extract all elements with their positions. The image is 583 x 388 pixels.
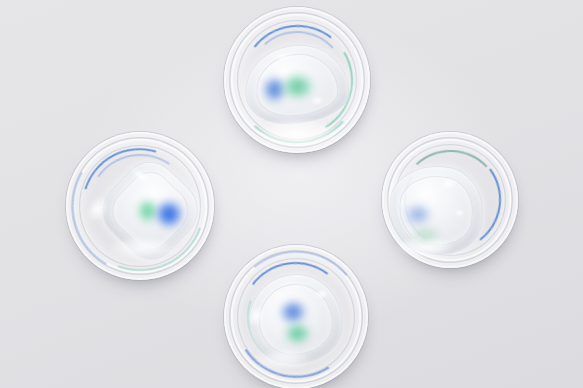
specular-highlight: [313, 288, 330, 300]
light-caustic: [107, 236, 175, 261]
glass-bottom: [224, 245, 368, 388]
light-caustic: [255, 117, 340, 151]
glass-right: [382, 132, 518, 268]
glass-left: [66, 132, 214, 280]
green-glass-spot: [406, 222, 445, 248]
specular-highlight: [453, 208, 467, 218]
blue-glass-spot: [149, 194, 189, 234]
glass-top: [224, 7, 370, 153]
photo-scene: [0, 0, 583, 388]
green-glass-spot: [279, 318, 316, 348]
